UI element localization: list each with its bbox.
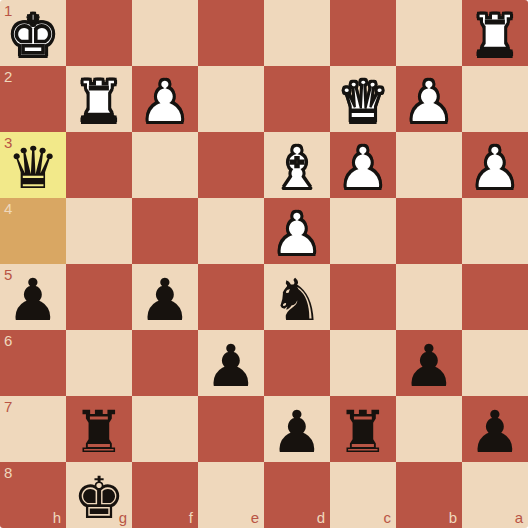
rank-label-4: 4	[4, 201, 12, 216]
file-label-b: b	[449, 510, 457, 525]
square-a3[interactable]: ♟	[462, 132, 528, 198]
square-e6[interactable]: ♟	[198, 330, 264, 396]
square-h7[interactable]: 7	[0, 396, 66, 462]
square-f2[interactable]: ♟	[132, 66, 198, 132]
file-label-f: f	[189, 510, 193, 525]
rank-label-3: 3	[4, 135, 12, 150]
square-g6[interactable]	[66, 330, 132, 396]
square-g4[interactable]	[66, 198, 132, 264]
chess-board: 1♚♜2♜♟♛♟3♛♝♟♟4♟5♟♟♞6♟♟7♜♟♜♟8hg♚fedcba	[0, 0, 528, 528]
square-c3[interactable]: ♟	[330, 132, 396, 198]
square-d8[interactable]: d	[264, 462, 330, 528]
square-c6[interactable]	[330, 330, 396, 396]
square-c1[interactable]	[330, 0, 396, 66]
black-queen[interactable]: ♛	[7, 134, 59, 197]
black-pawn[interactable]: ♟	[469, 398, 521, 461]
square-b6[interactable]: ♟	[396, 330, 462, 396]
square-d6[interactable]	[264, 330, 330, 396]
square-b5[interactable]	[396, 264, 462, 330]
square-d5[interactable]: ♞	[264, 264, 330, 330]
square-a1[interactable]: ♜	[462, 0, 528, 66]
square-f4[interactable]	[132, 198, 198, 264]
square-a8[interactable]: a	[462, 462, 528, 528]
square-f7[interactable]	[132, 396, 198, 462]
square-e5[interactable]	[198, 264, 264, 330]
square-a4[interactable]	[462, 198, 528, 264]
square-b7[interactable]	[396, 396, 462, 462]
square-g1[interactable]	[66, 0, 132, 66]
square-c7[interactable]: ♜	[330, 396, 396, 462]
square-f6[interactable]	[132, 330, 198, 396]
square-c8[interactable]: c	[330, 462, 396, 528]
rank-label-6: 6	[4, 333, 12, 348]
square-d4[interactable]: ♟	[264, 198, 330, 264]
black-knight[interactable]: ♞	[271, 266, 323, 329]
square-e7[interactable]	[198, 396, 264, 462]
square-h1[interactable]: 1♚	[0, 0, 66, 66]
file-label-e: e	[251, 510, 259, 525]
rank-label-5: 5	[4, 267, 12, 282]
square-c5[interactable]	[330, 264, 396, 330]
square-c4[interactable]	[330, 198, 396, 264]
white-rook[interactable]: ♜	[469, 2, 521, 65]
white-pawn[interactable]: ♟	[469, 134, 521, 197]
square-e8[interactable]: e	[198, 462, 264, 528]
square-d7[interactable]: ♟	[264, 396, 330, 462]
rank-label-2: 2	[4, 69, 12, 84]
square-a2[interactable]	[462, 66, 528, 132]
black-pawn[interactable]: ♟	[205, 332, 257, 395]
square-e1[interactable]	[198, 0, 264, 66]
square-d1[interactable]	[264, 0, 330, 66]
white-queen[interactable]: ♛	[337, 68, 389, 131]
square-h6[interactable]: 6	[0, 330, 66, 396]
square-g8[interactable]: g♚	[66, 462, 132, 528]
square-f1[interactable]	[132, 0, 198, 66]
black-pawn[interactable]: ♟	[139, 266, 191, 329]
square-h8[interactable]: 8h	[0, 462, 66, 528]
white-rook[interactable]: ♜	[73, 68, 125, 131]
file-label-h: h	[53, 510, 61, 525]
square-h3[interactable]: 3♛	[0, 132, 66, 198]
white-pawn[interactable]: ♟	[271, 200, 323, 263]
black-pawn[interactable]: ♟	[7, 266, 59, 329]
square-g7[interactable]: ♜	[66, 396, 132, 462]
square-a7[interactable]: ♟	[462, 396, 528, 462]
white-bishop[interactable]: ♝	[271, 134, 323, 197]
rank-label-1: 1	[4, 3, 12, 18]
square-d3[interactable]: ♝	[264, 132, 330, 198]
square-f8[interactable]: f	[132, 462, 198, 528]
white-king[interactable]: ♚	[7, 2, 59, 65]
black-rook[interactable]: ♜	[73, 398, 125, 461]
square-e3[interactable]	[198, 132, 264, 198]
square-b8[interactable]: b	[396, 462, 462, 528]
file-label-g: g	[119, 510, 127, 525]
white-pawn[interactable]: ♟	[403, 68, 455, 131]
square-a5[interactable]	[462, 264, 528, 330]
square-b3[interactable]	[396, 132, 462, 198]
square-c2[interactable]: ♛	[330, 66, 396, 132]
rank-label-8: 8	[4, 465, 12, 480]
square-h5[interactable]: 5♟	[0, 264, 66, 330]
square-g3[interactable]	[66, 132, 132, 198]
file-label-a: a	[515, 510, 523, 525]
black-pawn[interactable]: ♟	[403, 332, 455, 395]
file-label-c: c	[384, 510, 392, 525]
square-b2[interactable]: ♟	[396, 66, 462, 132]
square-h2[interactable]: 2	[0, 66, 66, 132]
square-e4[interactable]	[198, 198, 264, 264]
white-pawn[interactable]: ♟	[139, 68, 191, 131]
square-f3[interactable]	[132, 132, 198, 198]
white-pawn[interactable]: ♟	[337, 134, 389, 197]
square-b4[interactable]	[396, 198, 462, 264]
square-h4[interactable]: 4	[0, 198, 66, 264]
black-king[interactable]: ♚	[73, 464, 125, 527]
black-pawn[interactable]: ♟	[271, 398, 323, 461]
square-a6[interactable]	[462, 330, 528, 396]
square-g2[interactable]: ♜	[66, 66, 132, 132]
square-f5[interactable]: ♟	[132, 264, 198, 330]
square-b1[interactable]	[396, 0, 462, 66]
rank-label-7: 7	[4, 399, 12, 414]
file-label-d: d	[317, 510, 325, 525]
square-e2[interactable]	[198, 66, 264, 132]
square-g5[interactable]	[66, 264, 132, 330]
black-rook[interactable]: ♜	[337, 398, 389, 461]
square-d2[interactable]	[264, 66, 330, 132]
